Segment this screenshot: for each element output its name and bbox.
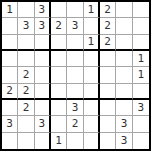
cell-r4c1[interactable] <box>2 51 18 67</box>
cell-r7c7[interactable] <box>100 100 116 116</box>
cell-r7c8[interactable] <box>116 100 132 116</box>
cell-digit: 2 <box>104 36 111 47</box>
cell-r6c1[interactable]: 2 <box>2 84 18 100</box>
cell-r9c5[interactable] <box>67 133 83 149</box>
cell-r6c8[interactable] <box>116 84 132 100</box>
cell-r7c6[interactable] <box>84 100 100 116</box>
cell-r1c9[interactable] <box>133 2 149 18</box>
cell-r5c9[interactable]: 1 <box>133 67 149 83</box>
cell-r2c4[interactable]: 2 <box>51 18 67 34</box>
cell-r8c2[interactable] <box>18 116 34 132</box>
cell-digit: 3 <box>138 102 145 113</box>
cell-digit: 3 <box>121 118 128 129</box>
cell-r2c6[interactable] <box>84 18 100 34</box>
cell-r3c8[interactable] <box>116 35 132 51</box>
cell-r4c6[interactable] <box>84 51 100 67</box>
cell-r1c2[interactable] <box>18 2 34 18</box>
cell-r9c7[interactable] <box>100 133 116 149</box>
cell-r8c3[interactable]: 3 <box>35 116 51 132</box>
cell-r2c1[interactable] <box>2 18 18 34</box>
cell-r2c5[interactable]: 3 <box>67 18 83 34</box>
cell-r6c4[interactable] <box>51 84 67 100</box>
cell-r5c4[interactable] <box>51 67 67 83</box>
cell-r5c3[interactable] <box>35 67 51 83</box>
cell-r5c6[interactable] <box>84 67 100 83</box>
cell-digit: 1 <box>138 69 145 80</box>
cell-r3c3[interactable] <box>35 35 51 51</box>
cell-r9c4[interactable]: 1 <box>51 133 67 149</box>
cell-digit: 1 <box>55 135 62 146</box>
cell-digit: 2 <box>23 69 30 80</box>
cell-digit: 3 <box>121 135 128 146</box>
cell-r3c5[interactable] <box>67 35 83 51</box>
cell-digit: 2 <box>6 85 13 96</box>
cell-r3c2[interactable] <box>18 35 34 51</box>
cell-r1c1[interactable]: 1 <box>2 2 18 18</box>
cell-digit: 1 <box>88 4 95 15</box>
cell-r2c9[interactable] <box>133 18 149 34</box>
cell-digit: 2 <box>104 20 111 31</box>
cell-r2c2[interactable]: 3 <box>18 18 34 34</box>
cell-r9c1[interactable] <box>2 133 18 149</box>
cell-r6c6[interactable] <box>84 84 100 100</box>
cell-r5c5[interactable] <box>67 67 83 83</box>
cell-r6c9[interactable] <box>133 84 149 100</box>
cell-r3c4[interactable] <box>51 35 67 51</box>
cell-r3c6[interactable]: 1 <box>84 35 100 51</box>
cell-r5c8[interactable] <box>116 67 132 83</box>
cell-r7c1[interactable] <box>2 100 18 116</box>
cell-digit: 2 <box>104 4 111 15</box>
cell-r1c5[interactable] <box>67 2 83 18</box>
cell-r4c9[interactable]: 1 <box>133 51 149 67</box>
cell-digit: 3 <box>6 118 13 129</box>
cell-r2c3[interactable]: 3 <box>35 18 51 34</box>
cell-r9c8[interactable]: 3 <box>116 133 132 149</box>
cell-r7c3[interactable] <box>35 100 51 116</box>
cell-r9c9[interactable] <box>133 133 149 149</box>
cell-r6c7[interactable] <box>100 84 116 100</box>
cell-r6c2[interactable]: 2 <box>18 84 34 100</box>
cell-digit: 3 <box>72 102 79 113</box>
cell-digit: 3 <box>39 4 46 15</box>
sudoku-board: 1312332321212122233332313 <box>0 0 151 151</box>
cell-r8c5[interactable]: 2 <box>67 116 83 132</box>
cell-r4c4[interactable] <box>51 51 67 67</box>
cell-digit: 1 <box>6 4 13 15</box>
cell-digit: 2 <box>23 102 30 113</box>
cell-r7c2[interactable]: 2 <box>18 100 34 116</box>
cell-r8c6[interactable] <box>84 116 100 132</box>
cell-r9c2[interactable] <box>18 133 34 149</box>
cell-r1c3[interactable]: 3 <box>35 2 51 18</box>
cell-digit: 2 <box>23 85 30 96</box>
cell-r8c9[interactable] <box>133 116 149 132</box>
cell-r7c9[interactable]: 3 <box>133 100 149 116</box>
cell-r1c8[interactable] <box>116 2 132 18</box>
cell-r6c5[interactable] <box>67 84 83 100</box>
cell-r2c7[interactable]: 2 <box>100 18 116 34</box>
cell-r9c6[interactable] <box>84 133 100 149</box>
cell-r4c7[interactable] <box>100 51 116 67</box>
cell-r3c9[interactable] <box>133 35 149 51</box>
cell-r3c1[interactable] <box>2 35 18 51</box>
cell-r3c7[interactable]: 2 <box>100 35 116 51</box>
cell-digit: 2 <box>72 118 79 129</box>
cell-r9c3[interactable] <box>35 133 51 149</box>
cell-digit: 3 <box>39 118 46 129</box>
cell-r6c3[interactable] <box>35 84 51 100</box>
cell-digit: 3 <box>72 20 79 31</box>
cell-r1c6[interactable]: 1 <box>84 2 100 18</box>
cell-r4c2[interactable] <box>18 51 34 67</box>
cell-digit: 3 <box>39 20 46 31</box>
cell-r8c7[interactable] <box>100 116 116 132</box>
cell-digit: 2 <box>55 20 62 31</box>
cell-r5c7[interactable] <box>100 67 116 83</box>
cell-digit: 1 <box>138 53 145 64</box>
cell-r4c5[interactable] <box>67 51 83 67</box>
cell-r8c8[interactable]: 3 <box>116 116 132 132</box>
cell-digit: 3 <box>23 20 30 31</box>
cell-r8c1[interactable]: 3 <box>2 116 18 132</box>
cell-r4c3[interactable] <box>35 51 51 67</box>
cell-r2c8[interactable] <box>116 18 132 34</box>
cell-r7c5[interactable]: 3 <box>67 100 83 116</box>
cell-digit: 1 <box>88 36 95 47</box>
cell-r1c7[interactable]: 2 <box>100 2 116 18</box>
cell-r5c1[interactable] <box>2 67 18 83</box>
cell-r7c4[interactable] <box>51 100 67 116</box>
cell-r4c8[interactable] <box>116 51 132 67</box>
cell-r1c4[interactable] <box>51 2 67 18</box>
cell-r8c4[interactable] <box>51 116 67 132</box>
cell-r5c2[interactable]: 2 <box>18 67 34 83</box>
